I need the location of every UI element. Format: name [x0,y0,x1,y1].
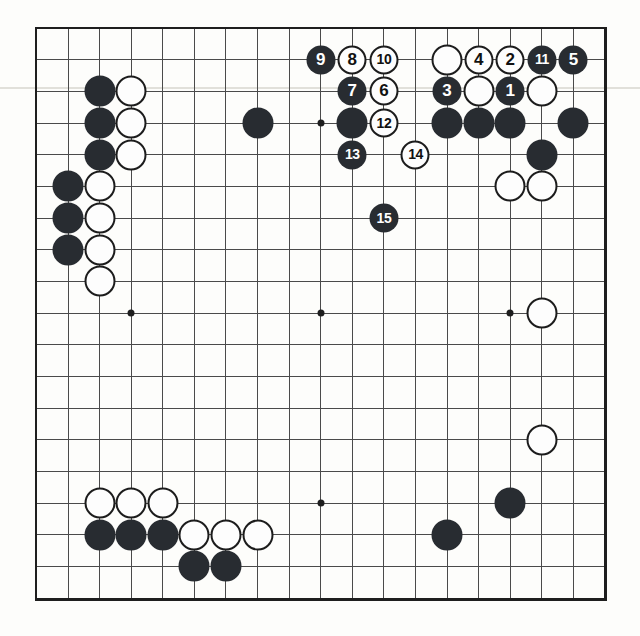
move-number-label: 9 [316,51,325,68]
move-number-label: 3 [442,82,451,99]
move-number-label: 8 [348,51,357,68]
stone-move-1-black: 1 [496,77,525,106]
stone-white [495,171,526,202]
stone-white [116,488,147,519]
go-diagram-page: 981042115763112131415 [0,0,640,636]
move-number-label: 6 [379,82,388,99]
stone-white [84,488,115,519]
stone-white [147,488,178,519]
stone-black [84,139,115,170]
stone-black [84,76,115,107]
stone-white [84,234,115,265]
stone-black [116,519,147,550]
stone-black [337,108,368,139]
stone-black [84,519,115,550]
stone-white [116,108,147,139]
stone-black [495,488,526,519]
stone-white [116,76,147,107]
stone-white [526,424,557,455]
stone-white [463,76,494,107]
stone-white [526,171,557,202]
stone-white [84,203,115,234]
move-number-label: 14 [408,147,423,161]
move-number-label: 15 [377,211,392,225]
stone-black [210,551,241,582]
stone-move-10-white: 10 [369,45,398,74]
stone-black [526,139,557,170]
stone-white [526,298,557,329]
star-point [317,310,324,317]
stone-black [495,108,526,139]
stone-white [179,519,210,550]
stone-move-5-black: 5 [559,45,588,74]
stone-black [558,108,589,139]
stone-white [242,519,273,550]
stone-white [526,76,557,107]
move-number-label: 1 [506,82,515,99]
stone-move-7-black: 7 [338,77,367,106]
star-point [128,310,135,317]
move-number-label: 11 [535,52,549,66]
stone-white [210,519,241,550]
stone-black [53,203,84,234]
stone-move-2-white: 2 [496,45,525,74]
star-point [317,500,324,507]
move-number-label: 12 [377,116,392,130]
move-number-label: 7 [348,82,357,99]
stone-move-14-white: 14 [401,140,430,169]
stone-move-9-black: 9 [306,45,335,74]
stone-black [432,108,463,139]
stone-black [84,108,115,139]
stone-move-4-white: 4 [464,45,493,74]
stone-move-13-black: 13 [338,140,367,169]
star-point [507,310,514,317]
stone-black [53,234,84,265]
stone-move-11-black: 11 [527,45,556,74]
star-point [317,120,324,127]
stone-black [179,551,210,582]
move-number-label: 4 [474,51,483,68]
stone-black [53,171,84,202]
stone-move-3-black: 3 [433,77,462,106]
stone-move-15-black: 15 [369,204,398,233]
stone-white [116,139,147,170]
stone-white [84,266,115,297]
stone-move-6-white: 6 [369,77,398,106]
stone-black [147,519,178,550]
move-number-label: 10 [377,52,392,66]
stone-black [242,108,273,139]
stone-white [84,171,115,202]
stone-black [432,519,463,550]
stone-move-12-white: 12 [369,109,398,138]
stone-black [463,108,494,139]
move-number-label: 13 [345,147,360,161]
move-number-label: 2 [506,51,515,68]
stone-move-8-white: 8 [338,45,367,74]
stone-white [432,44,463,75]
move-number-label: 5 [569,51,578,68]
